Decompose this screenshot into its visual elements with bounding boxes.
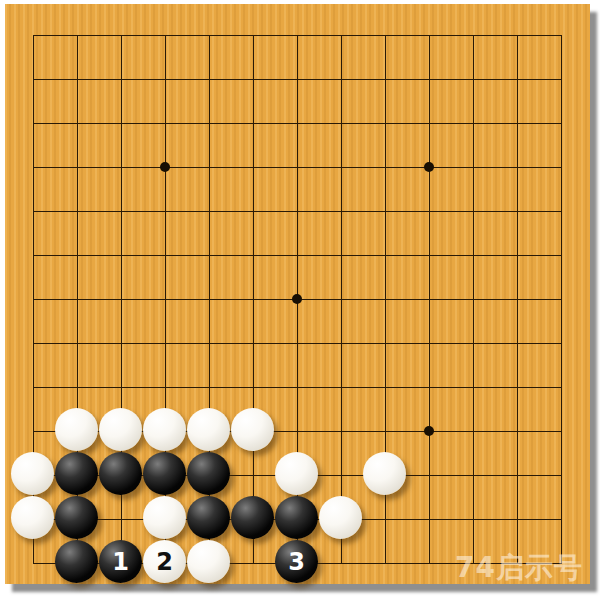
intersection [275, 57, 319, 101]
intersection [451, 453, 495, 497]
intersection [99, 57, 143, 101]
black-stone [55, 452, 98, 495]
intersection [275, 453, 319, 497]
intersection [187, 365, 231, 409]
intersection [275, 233, 319, 277]
intersection [363, 101, 407, 145]
intersection [187, 541, 231, 585]
intersection [143, 409, 187, 453]
intersection [451, 13, 495, 57]
intersection [319, 541, 363, 585]
black-stone: 3 [275, 540, 318, 583]
intersection [143, 13, 187, 57]
intersection [187, 145, 231, 189]
intersection [187, 321, 231, 365]
intersection [495, 453, 539, 497]
intersection [187, 277, 231, 321]
intersection [11, 13, 55, 57]
intersection [187, 233, 231, 277]
go-board: 123 [5, 4, 590, 584]
intersection [319, 321, 363, 365]
intersection [99, 13, 143, 57]
intersection [99, 101, 143, 145]
intersection [363, 145, 407, 189]
intersection [231, 277, 275, 321]
intersection [539, 497, 583, 541]
intersection [363, 57, 407, 101]
watermark: 74启示号 [455, 549, 583, 587]
intersection [11, 541, 55, 585]
intersection [99, 321, 143, 365]
intersection [319, 277, 363, 321]
intersection [451, 145, 495, 189]
intersection [495, 189, 539, 233]
move-number: 3 [288, 550, 305, 574]
white-stone [275, 452, 318, 495]
white-stone [187, 408, 230, 451]
intersection [143, 453, 187, 497]
intersection [539, 13, 583, 57]
intersection [363, 453, 407, 497]
intersection [495, 101, 539, 145]
intersection [495, 145, 539, 189]
intersection [539, 233, 583, 277]
intersection [143, 101, 187, 145]
intersection [55, 277, 99, 321]
intersection [539, 189, 583, 233]
intersection [231, 145, 275, 189]
intersection [55, 101, 99, 145]
intersection [363, 233, 407, 277]
intersection [495, 497, 539, 541]
intersection [187, 101, 231, 145]
white-stone [55, 408, 98, 451]
intersection [143, 189, 187, 233]
intersection [451, 233, 495, 277]
intersection [275, 321, 319, 365]
intersection [275, 365, 319, 409]
intersection [451, 409, 495, 453]
intersection [11, 145, 55, 189]
intersection [275, 277, 319, 321]
intersection [407, 541, 451, 585]
intersection [319, 13, 363, 57]
intersection [187, 13, 231, 57]
intersection [495, 233, 539, 277]
move-number: 2 [156, 550, 173, 574]
intersection [451, 101, 495, 145]
black-stone [187, 452, 230, 495]
intersection [143, 57, 187, 101]
intersection [407, 233, 451, 277]
intersection [143, 145, 187, 189]
white-stone [11, 452, 54, 495]
intersection [495, 409, 539, 453]
intersection [231, 101, 275, 145]
intersection [451, 321, 495, 365]
intersection [363, 365, 407, 409]
intersection [319, 409, 363, 453]
intersection [11, 57, 55, 101]
intersection [495, 57, 539, 101]
intersection [99, 453, 143, 497]
intersection [55, 409, 99, 453]
intersection [231, 409, 275, 453]
intersection [11, 453, 55, 497]
intersection [11, 365, 55, 409]
intersection [275, 189, 319, 233]
intersection [539, 453, 583, 497]
intersection [539, 145, 583, 189]
intersection [363, 277, 407, 321]
star-point [292, 294, 302, 304]
intersection [143, 497, 187, 541]
intersection [451, 277, 495, 321]
intersection [11, 497, 55, 541]
white-stone [99, 408, 142, 451]
white-stone [11, 496, 54, 539]
intersection [187, 453, 231, 497]
intersection [363, 541, 407, 585]
intersection [11, 277, 55, 321]
intersection [187, 409, 231, 453]
intersection [143, 365, 187, 409]
intersection [495, 13, 539, 57]
intersection [539, 365, 583, 409]
intersection [363, 497, 407, 541]
intersection [11, 101, 55, 145]
intersection [11, 233, 55, 277]
intersection [55, 321, 99, 365]
intersection: 3 [275, 541, 319, 585]
intersection [451, 497, 495, 541]
white-stone [363, 452, 406, 495]
intersection [539, 57, 583, 101]
intersection [407, 321, 451, 365]
intersection [539, 409, 583, 453]
intersection [407, 101, 451, 145]
intersection [407, 145, 451, 189]
board-grid: 123 [11, 13, 583, 585]
intersection [11, 409, 55, 453]
intersection [187, 57, 231, 101]
intersection [363, 13, 407, 57]
white-stone [187, 540, 230, 583]
intersection [319, 189, 363, 233]
intersection [231, 541, 275, 585]
intersection [231, 13, 275, 57]
white-stone [143, 408, 186, 451]
intersection [99, 277, 143, 321]
intersection [11, 321, 55, 365]
intersection [495, 365, 539, 409]
intersection [407, 497, 451, 541]
intersection [231, 365, 275, 409]
intersection [99, 409, 143, 453]
intersection [319, 497, 363, 541]
intersection [319, 365, 363, 409]
intersection [143, 277, 187, 321]
intersection [55, 13, 99, 57]
intersection [55, 453, 99, 497]
intersection [319, 453, 363, 497]
intersection [407, 453, 451, 497]
intersection: 1 [99, 541, 143, 585]
intersection [451, 57, 495, 101]
intersection [363, 321, 407, 365]
intersection [231, 453, 275, 497]
intersection [407, 409, 451, 453]
intersection [99, 233, 143, 277]
black-stone: 1 [99, 540, 142, 583]
white-stone [231, 408, 274, 451]
intersection [99, 497, 143, 541]
intersection [231, 189, 275, 233]
intersection [55, 189, 99, 233]
intersection [231, 497, 275, 541]
intersection [407, 189, 451, 233]
intersection [99, 145, 143, 189]
intersection [55, 541, 99, 585]
intersection [55, 365, 99, 409]
black-stone [55, 496, 98, 539]
black-stone [55, 540, 98, 583]
intersection [319, 233, 363, 277]
intersection [231, 321, 275, 365]
intersection [539, 321, 583, 365]
intersection [539, 277, 583, 321]
intersection [275, 101, 319, 145]
move-number: 1 [112, 550, 129, 574]
intersection [407, 57, 451, 101]
intersection [319, 145, 363, 189]
intersection [187, 497, 231, 541]
intersection [451, 189, 495, 233]
black-stone [231, 496, 274, 539]
intersection [231, 233, 275, 277]
star-point [424, 162, 434, 172]
intersection [495, 321, 539, 365]
intersection [407, 277, 451, 321]
intersection [143, 233, 187, 277]
intersection [495, 277, 539, 321]
intersection [363, 189, 407, 233]
star-point [424, 426, 434, 436]
intersection [407, 13, 451, 57]
intersection [143, 321, 187, 365]
white-stone [143, 496, 186, 539]
black-stone [275, 496, 318, 539]
intersection [319, 57, 363, 101]
intersection [539, 101, 583, 145]
intersection: 2 [143, 541, 187, 585]
star-point [160, 162, 170, 172]
intersection [275, 13, 319, 57]
intersection [99, 189, 143, 233]
intersection [11, 189, 55, 233]
intersection [319, 101, 363, 145]
intersection [55, 233, 99, 277]
black-stone [99, 452, 142, 495]
white-stone: 2 [143, 540, 186, 583]
intersection [275, 497, 319, 541]
intersection [55, 145, 99, 189]
page: 123 74启示号 [0, 0, 600, 600]
intersection [55, 57, 99, 101]
intersection [187, 189, 231, 233]
intersection [275, 145, 319, 189]
intersection [55, 497, 99, 541]
black-stone [187, 496, 230, 539]
intersection [99, 365, 143, 409]
intersection [275, 409, 319, 453]
intersection [451, 365, 495, 409]
intersection [363, 409, 407, 453]
black-stone [143, 452, 186, 495]
intersection [231, 57, 275, 101]
white-stone [319, 496, 362, 539]
intersection [407, 365, 451, 409]
